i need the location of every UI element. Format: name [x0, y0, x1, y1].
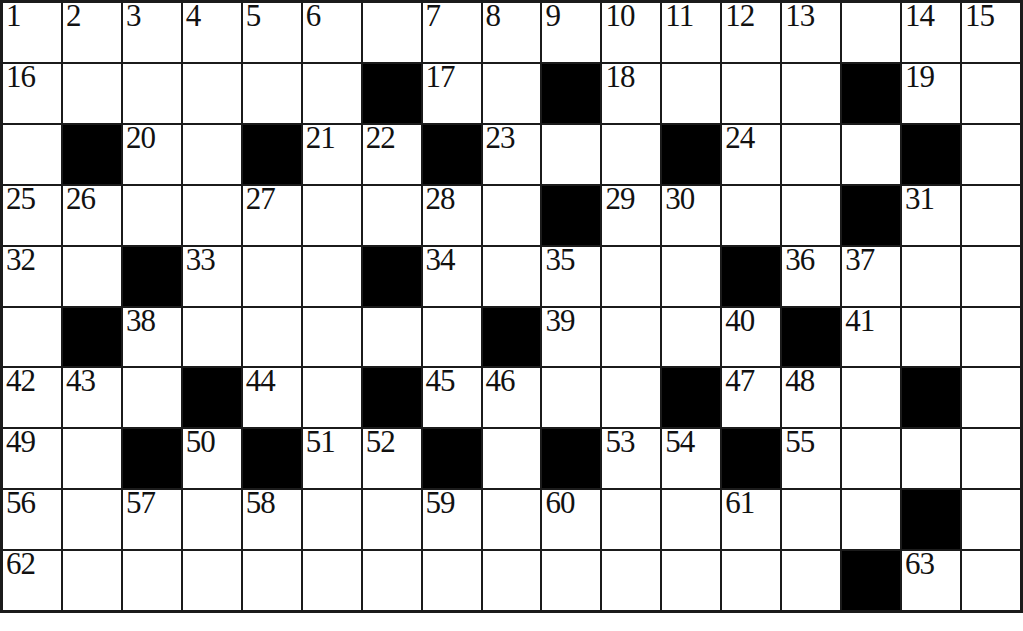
white-cell[interactable]	[483, 186, 541, 245]
black-cell	[662, 368, 720, 427]
white-cell[interactable]	[902, 247, 960, 306]
white-cell[interactable]: 22	[363, 125, 421, 184]
black-cell	[902, 125, 960, 184]
white-cell[interactable]: 60	[542, 490, 600, 549]
white-cell[interactable]: 47	[722, 368, 780, 427]
white-cell[interactable]	[63, 64, 121, 123]
white-cell[interactable]	[363, 551, 421, 610]
white-cell[interactable]: 28	[423, 186, 481, 245]
white-cell[interactable]	[602, 490, 660, 549]
white-cell[interactable]: 59	[423, 490, 481, 549]
black-cell	[542, 64, 600, 123]
clue-number: 47	[722, 368, 780, 396]
white-cell[interactable]	[63, 551, 121, 610]
clue-number: 32	[3, 247, 61, 275]
clue-number: 49	[3, 429, 61, 457]
clue-number: 39	[542, 308, 600, 336]
white-cell[interactable]: 25	[3, 186, 61, 245]
clue-number: 14	[902, 3, 960, 31]
black-cell	[722, 247, 780, 306]
clue-number: 20	[123, 125, 181, 153]
white-cell[interactable]: 14	[902, 3, 960, 62]
white-cell[interactable]: 37	[842, 247, 900, 306]
clue-number: 55	[782, 429, 840, 457]
white-cell[interactable]: 33	[183, 247, 241, 306]
white-cell[interactable]: 13	[782, 3, 840, 62]
black-cell	[183, 368, 241, 427]
black-cell	[63, 125, 121, 184]
clue-number: 48	[782, 368, 840, 396]
clue-number: 54	[662, 429, 720, 457]
clue-number: 44	[243, 368, 301, 396]
white-cell[interactable]	[782, 125, 840, 184]
clue-number: 57	[123, 490, 181, 518]
white-cell[interactable]: 18	[602, 64, 660, 123]
white-cell[interactable]: 1	[3, 3, 61, 62]
white-cell[interactable]: 27	[243, 186, 301, 245]
white-cell[interactable]	[962, 247, 1020, 306]
white-cell[interactable]: 61	[722, 490, 780, 549]
white-cell[interactable]: 5	[243, 3, 301, 62]
clue-number: 58	[243, 490, 301, 518]
clue-number: 35	[542, 247, 600, 275]
white-cell[interactable]: 26	[63, 186, 121, 245]
black-cell	[243, 429, 301, 488]
white-cell[interactable]	[303, 247, 361, 306]
black-cell	[842, 64, 900, 123]
black-cell	[123, 429, 181, 488]
black-cell	[63, 308, 121, 367]
white-cell[interactable]	[483, 247, 541, 306]
white-cell[interactable]	[962, 308, 1020, 367]
clue-number: 19	[902, 64, 960, 92]
white-cell[interactable]: 32	[3, 247, 61, 306]
clue-number: 24	[722, 125, 780, 153]
black-cell	[363, 368, 421, 427]
clue-number: 63	[902, 551, 960, 579]
clue-number: 22	[363, 125, 421, 153]
clue-number: 28	[423, 186, 481, 214]
white-cell[interactable]	[183, 551, 241, 610]
clue-number: 52	[363, 429, 421, 457]
white-cell[interactable]	[782, 186, 840, 245]
white-cell[interactable]	[3, 308, 61, 367]
white-cell[interactable]: 58	[243, 490, 301, 549]
clue-number: 6	[303, 3, 361, 31]
clue-number: 7	[423, 3, 481, 31]
white-cell[interactable]	[962, 368, 1020, 427]
white-cell[interactable]: 21	[303, 125, 361, 184]
white-cell[interactable]: 29	[602, 186, 660, 245]
clue-number: 27	[243, 186, 301, 214]
white-cell[interactable]	[303, 551, 361, 610]
white-cell[interactable]	[542, 551, 600, 610]
white-cell[interactable]: 23	[483, 125, 541, 184]
white-cell[interactable]: 24	[722, 125, 780, 184]
white-cell[interactable]	[303, 186, 361, 245]
clue-number: 37	[842, 247, 900, 275]
white-cell[interactable]: 6	[303, 3, 361, 62]
black-cell	[902, 490, 960, 549]
white-cell[interactable]: 63	[902, 551, 960, 610]
white-cell[interactable]	[902, 429, 960, 488]
white-cell[interactable]: 19	[902, 64, 960, 123]
black-cell	[662, 125, 720, 184]
clue-number: 29	[602, 186, 660, 214]
clue-number: 56	[3, 490, 61, 518]
white-cell[interactable]	[602, 308, 660, 367]
white-cell[interactable]	[183, 186, 241, 245]
clue-number: 50	[183, 429, 241, 457]
white-cell[interactable]: 35	[542, 247, 600, 306]
white-cell[interactable]	[123, 368, 181, 427]
white-cell[interactable]	[662, 247, 720, 306]
white-cell[interactable]: 52	[363, 429, 421, 488]
clue-number: 4	[183, 3, 241, 31]
white-cell[interactable]	[183, 490, 241, 549]
white-cell[interactable]	[962, 186, 1020, 245]
black-cell	[363, 247, 421, 306]
black-cell	[782, 308, 840, 367]
white-cell[interactable]	[423, 308, 481, 367]
white-cell[interactable]	[602, 247, 660, 306]
white-cell[interactable]: 8	[483, 3, 541, 62]
white-cell[interactable]: 53	[602, 429, 660, 488]
white-cell[interactable]	[363, 490, 421, 549]
white-cell[interactable]	[483, 551, 541, 610]
white-cell[interactable]: 41	[842, 308, 900, 367]
white-cell[interactable]: 48	[782, 368, 840, 427]
white-cell[interactable]	[483, 490, 541, 549]
black-cell	[842, 186, 900, 245]
white-cell[interactable]	[842, 429, 900, 488]
clue-number: 59	[423, 490, 481, 518]
white-cell[interactable]: 36	[782, 247, 840, 306]
white-cell[interactable]	[423, 551, 481, 610]
black-cell	[902, 368, 960, 427]
white-cell[interactable]	[183, 308, 241, 367]
clue-number: 21	[303, 125, 361, 153]
black-cell	[483, 308, 541, 367]
white-cell[interactable]	[3, 125, 61, 184]
white-cell[interactable]	[363, 308, 421, 367]
white-cell[interactable]	[842, 490, 900, 549]
white-cell[interactable]: 51	[303, 429, 361, 488]
white-cell[interactable]: 17	[423, 64, 481, 123]
clue-number: 34	[423, 247, 481, 275]
crossword-grid: 1234567891011121314151617181920212223242…	[0, 0, 1023, 613]
white-cell[interactable]	[782, 490, 840, 549]
white-cell[interactable]: 31	[902, 186, 960, 245]
clue-number: 11	[662, 3, 720, 31]
white-cell[interactable]	[542, 368, 600, 427]
black-cell	[123, 247, 181, 306]
white-cell[interactable]	[63, 247, 121, 306]
white-cell[interactable]	[123, 64, 181, 123]
white-cell[interactable]	[962, 64, 1020, 123]
white-cell[interactable]: 4	[183, 3, 241, 62]
white-cell[interactable]	[902, 308, 960, 367]
black-cell	[423, 429, 481, 488]
white-cell[interactable]: 40	[722, 308, 780, 367]
white-cell[interactable]	[363, 186, 421, 245]
white-cell[interactable]: 57	[123, 490, 181, 549]
clue-number: 42	[3, 368, 61, 396]
clue-number: 38	[123, 308, 181, 336]
clue-number: 25	[3, 186, 61, 214]
clue-number: 2	[63, 3, 121, 31]
white-cell[interactable]: 44	[243, 368, 301, 427]
white-cell[interactable]	[782, 551, 840, 610]
white-cell[interactable]	[243, 247, 301, 306]
white-cell[interactable]	[483, 64, 541, 123]
white-cell[interactable]: 11	[662, 3, 720, 62]
white-cell[interactable]	[303, 368, 361, 427]
white-cell[interactable]: 43	[63, 368, 121, 427]
white-cell[interactable]: 7	[423, 3, 481, 62]
clue-number: 1	[3, 3, 61, 31]
white-cell[interactable]	[842, 368, 900, 427]
white-cell[interactable]	[782, 64, 840, 123]
clue-number: 5	[243, 3, 301, 31]
clue-number: 8	[483, 3, 541, 31]
clue-number: 3	[123, 3, 181, 31]
black-cell	[243, 125, 301, 184]
white-cell[interactable]: 46	[483, 368, 541, 427]
clue-number: 41	[842, 308, 900, 336]
white-cell[interactable]	[962, 551, 1020, 610]
clue-number: 45	[423, 368, 481, 396]
clue-number: 13	[782, 3, 840, 31]
white-cell[interactable]: 20	[123, 125, 181, 184]
white-cell[interactable]: 39	[542, 308, 600, 367]
white-cell[interactable]	[63, 490, 121, 549]
white-cell[interactable]	[303, 308, 361, 367]
white-cell[interactable]: 50	[183, 429, 241, 488]
white-cell[interactable]	[962, 429, 1020, 488]
white-cell[interactable]: 12	[722, 3, 780, 62]
white-cell[interactable]	[722, 551, 780, 610]
clue-number: 33	[183, 247, 241, 275]
white-cell[interactable]	[602, 551, 660, 610]
white-cell[interactable]	[842, 3, 900, 62]
clue-number: 60	[542, 490, 600, 518]
black-cell	[842, 551, 900, 610]
clue-number: 18	[602, 64, 660, 92]
white-cell[interactable]: 54	[662, 429, 720, 488]
white-cell[interactable]: 10	[602, 3, 660, 62]
white-cell[interactable]: 34	[423, 247, 481, 306]
white-cell[interactable]	[602, 125, 660, 184]
clue-number: 36	[782, 247, 840, 275]
clue-number: 43	[63, 368, 121, 396]
white-cell[interactable]: 55	[782, 429, 840, 488]
white-cell[interactable]	[183, 125, 241, 184]
white-cell[interactable]	[962, 490, 1020, 549]
white-cell[interactable]	[123, 551, 181, 610]
white-cell[interactable]	[63, 429, 121, 488]
white-cell[interactable]: 62	[3, 551, 61, 610]
white-cell[interactable]	[662, 551, 720, 610]
clue-number: 40	[722, 308, 780, 336]
white-cell[interactable]: 38	[123, 308, 181, 367]
white-cell[interactable]	[722, 64, 780, 123]
clue-number: 51	[303, 429, 361, 457]
white-cell[interactable]	[962, 125, 1020, 184]
white-cell[interactable]	[722, 186, 780, 245]
clue-number: 23	[483, 125, 541, 153]
white-cell[interactable]: 2	[63, 3, 121, 62]
white-cell[interactable]: 30	[662, 186, 720, 245]
clue-number: 9	[542, 3, 600, 31]
clue-number: 17	[423, 64, 481, 92]
clue-number: 46	[483, 368, 541, 396]
white-cell[interactable]: 56	[3, 490, 61, 549]
white-cell[interactable]	[363, 3, 421, 62]
white-cell[interactable]	[602, 368, 660, 427]
white-cell[interactable]	[303, 64, 361, 123]
white-cell[interactable]: 9	[542, 3, 600, 62]
white-cell[interactable]	[483, 429, 541, 488]
white-cell[interactable]	[303, 490, 361, 549]
white-cell[interactable]	[183, 64, 241, 123]
clue-number: 26	[63, 186, 121, 214]
black-cell	[542, 429, 600, 488]
clue-number: 61	[722, 490, 780, 518]
white-cell[interactable]: 45	[423, 368, 481, 427]
white-cell[interactable]	[123, 186, 181, 245]
clue-number: 62	[3, 551, 61, 579]
white-cell[interactable]	[243, 308, 301, 367]
clue-number: 12	[722, 3, 780, 31]
black-cell	[722, 429, 780, 488]
clue-number: 15	[962, 3, 1020, 31]
clue-number: 10	[602, 3, 660, 31]
white-cell[interactable]: 16	[3, 64, 61, 123]
clue-number: 31	[902, 186, 960, 214]
white-cell[interactable]	[243, 64, 301, 123]
white-cell[interactable]	[662, 490, 720, 549]
white-cell[interactable]	[542, 125, 600, 184]
white-cell[interactable]: 3	[123, 3, 181, 62]
black-cell	[363, 64, 421, 123]
white-cell[interactable]	[842, 125, 900, 184]
white-cell[interactable]: 15	[962, 3, 1020, 62]
black-cell	[542, 186, 600, 245]
white-cell[interactable]	[662, 64, 720, 123]
white-cell[interactable]	[243, 551, 301, 610]
clue-number: 16	[3, 64, 61, 92]
clue-number: 53	[602, 429, 660, 457]
white-cell[interactable]	[662, 308, 720, 367]
clue-number: 30	[662, 186, 720, 214]
black-cell	[423, 125, 481, 184]
white-cell[interactable]: 42	[3, 368, 61, 427]
white-cell[interactable]: 49	[3, 429, 61, 488]
